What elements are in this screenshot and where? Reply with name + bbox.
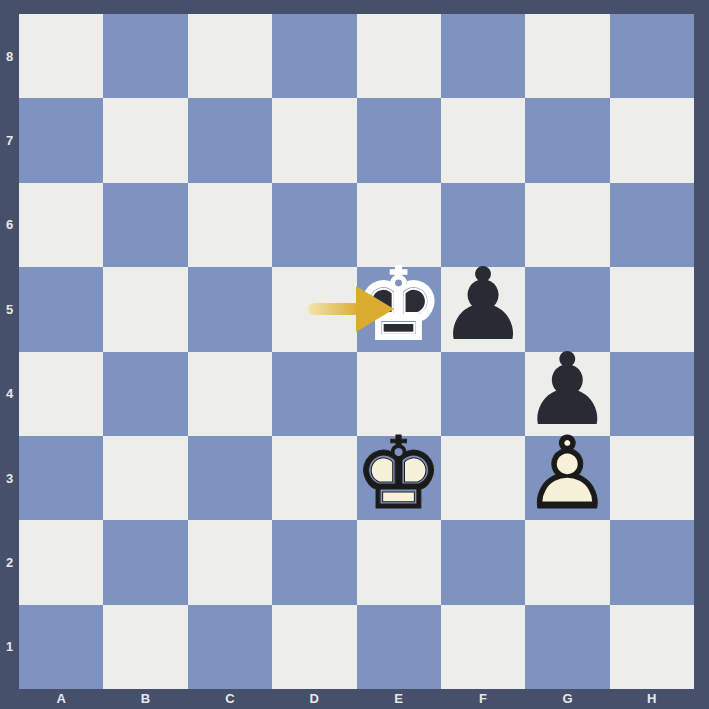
square-f3[interactable] bbox=[441, 436, 525, 520]
square-c7[interactable] bbox=[188, 98, 272, 182]
file-label-g: G bbox=[525, 689, 609, 709]
square-c4[interactable] bbox=[188, 352, 272, 436]
square-c5[interactable] bbox=[188, 267, 272, 351]
square-e1[interactable] bbox=[357, 605, 441, 689]
square-h1[interactable] bbox=[610, 605, 694, 689]
square-e3[interactable]: ♚♔ bbox=[357, 436, 441, 520]
square-g7[interactable] bbox=[525, 98, 609, 182]
square-a4[interactable] bbox=[19, 352, 103, 436]
square-e7[interactable] bbox=[357, 98, 441, 182]
square-a5[interactable] bbox=[19, 267, 103, 351]
square-b5[interactable] bbox=[103, 267, 187, 351]
square-g6[interactable] bbox=[525, 183, 609, 267]
piece-black-king[interactable]: ♚♔ bbox=[357, 267, 441, 351]
square-b6[interactable] bbox=[103, 183, 187, 267]
square-h4[interactable] bbox=[610, 352, 694, 436]
square-c3[interactable] bbox=[188, 436, 272, 520]
board-frame: 87654321 ♚♔♟♟♚♔♟♙ ABCDEFGH bbox=[0, 0, 709, 709]
square-d6[interactable] bbox=[272, 183, 356, 267]
square-c6[interactable] bbox=[188, 183, 272, 267]
square-e8[interactable] bbox=[357, 14, 441, 98]
square-d1[interactable] bbox=[272, 605, 356, 689]
square-e5[interactable]: ♚♔ bbox=[357, 267, 441, 351]
file-label-a: A bbox=[19, 689, 103, 709]
square-e2[interactable] bbox=[357, 520, 441, 604]
square-g1[interactable] bbox=[525, 605, 609, 689]
square-f8[interactable] bbox=[441, 14, 525, 98]
square-d2[interactable] bbox=[272, 520, 356, 604]
square-b1[interactable] bbox=[103, 605, 187, 689]
square-f7[interactable] bbox=[441, 98, 525, 182]
rank-label-6: 6 bbox=[0, 183, 19, 267]
square-f5[interactable]: ♟ bbox=[441, 267, 525, 351]
square-b4[interactable] bbox=[103, 352, 187, 436]
piece-white-king[interactable]: ♚♔ bbox=[357, 436, 441, 520]
square-a2[interactable] bbox=[19, 520, 103, 604]
square-h3[interactable] bbox=[610, 436, 694, 520]
square-g3[interactable]: ♟♙ bbox=[525, 436, 609, 520]
rank-label-3: 3 bbox=[0, 436, 19, 520]
rank-labels: 87654321 bbox=[0, 14, 19, 689]
rank-label-1: 1 bbox=[0, 605, 19, 689]
square-d8[interactable] bbox=[272, 14, 356, 98]
file-labels: ABCDEFGH bbox=[19, 689, 694, 709]
rank-label-2: 2 bbox=[0, 520, 19, 604]
rank-label-4: 4 bbox=[0, 352, 19, 436]
square-f2[interactable] bbox=[441, 520, 525, 604]
file-label-c: C bbox=[188, 689, 272, 709]
file-label-e: E bbox=[357, 689, 441, 709]
square-c8[interactable] bbox=[188, 14, 272, 98]
square-c1[interactable] bbox=[188, 605, 272, 689]
square-a3[interactable] bbox=[19, 436, 103, 520]
rank-label-8: 8 bbox=[0, 14, 19, 98]
square-d3[interactable] bbox=[272, 436, 356, 520]
square-g8[interactable] bbox=[525, 14, 609, 98]
square-a1[interactable] bbox=[19, 605, 103, 689]
square-a7[interactable] bbox=[19, 98, 103, 182]
square-d5[interactable] bbox=[272, 267, 356, 351]
square-d7[interactable] bbox=[272, 98, 356, 182]
square-a6[interactable] bbox=[19, 183, 103, 267]
square-f1[interactable] bbox=[441, 605, 525, 689]
square-b8[interactable] bbox=[103, 14, 187, 98]
square-b7[interactable] bbox=[103, 98, 187, 182]
square-h5[interactable] bbox=[610, 267, 694, 351]
square-h6[interactable] bbox=[610, 183, 694, 267]
piece-white-pawn[interactable]: ♟♙ bbox=[525, 436, 609, 520]
rank-label-5: 5 bbox=[0, 267, 19, 351]
square-d4[interactable] bbox=[272, 352, 356, 436]
file-label-b: B bbox=[103, 689, 187, 709]
square-b3[interactable] bbox=[103, 436, 187, 520]
file-label-f: F bbox=[441, 689, 525, 709]
square-a8[interactable] bbox=[19, 14, 103, 98]
piece-black-pawn[interactable]: ♟ bbox=[441, 267, 525, 351]
square-f4[interactable] bbox=[441, 352, 525, 436]
square-c2[interactable] bbox=[188, 520, 272, 604]
square-h8[interactable] bbox=[610, 14, 694, 98]
square-h7[interactable] bbox=[610, 98, 694, 182]
file-label-h: H bbox=[610, 689, 694, 709]
rank-label-7: 7 bbox=[0, 98, 19, 182]
chess-board: ♚♔♟♟♚♔♟♙ bbox=[19, 14, 694, 689]
square-h2[interactable] bbox=[610, 520, 694, 604]
file-label-d: D bbox=[272, 689, 356, 709]
square-g2[interactable] bbox=[525, 520, 609, 604]
square-b2[interactable] bbox=[103, 520, 187, 604]
